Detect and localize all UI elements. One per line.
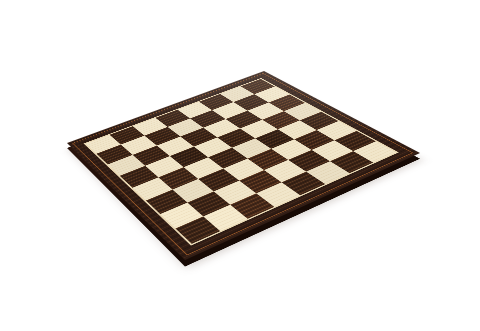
- chess-board: [67, 71, 420, 260]
- board-grid: [86, 79, 396, 244]
- product-photo-scene: [0, 0, 480, 331]
- playing-field-border: [84, 78, 399, 246]
